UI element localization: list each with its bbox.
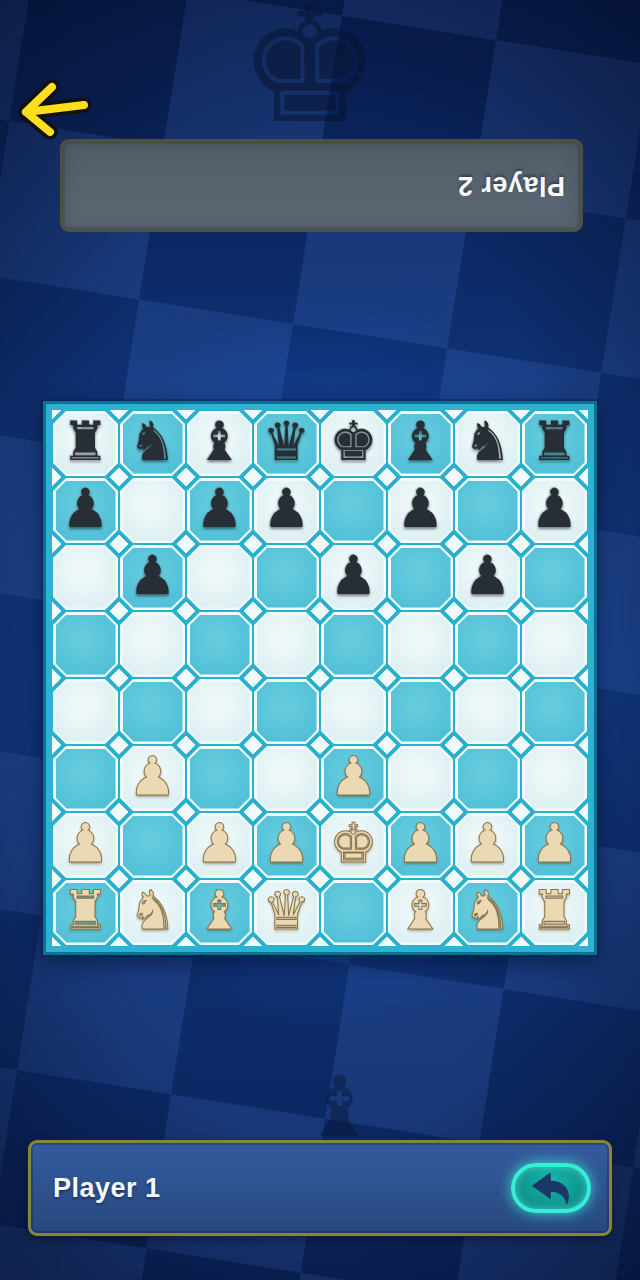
square-b3[interactable]: ♟ bbox=[119, 745, 186, 812]
black-bishop: ♝ bbox=[186, 410, 253, 477]
square-d5[interactable] bbox=[253, 611, 320, 678]
square-g4[interactable] bbox=[454, 678, 521, 745]
square-f1[interactable]: ♝ bbox=[387, 879, 454, 946]
square-a6[interactable] bbox=[52, 544, 119, 611]
white-pawn: ♟ bbox=[454, 812, 521, 879]
square-c7[interactable]: ♟ bbox=[186, 477, 253, 544]
square-f8[interactable]: ♝ bbox=[387, 410, 454, 477]
square-e7[interactable] bbox=[320, 477, 387, 544]
square-d1[interactable]: ♛ bbox=[253, 879, 320, 946]
square-b6[interactable]: ♟ bbox=[119, 544, 186, 611]
black-pawn: ♟ bbox=[320, 544, 387, 611]
square-e6[interactable]: ♟ bbox=[320, 544, 387, 611]
player1-name-plate: Player 1 bbox=[28, 1140, 612, 1236]
black-rook: ♜ bbox=[52, 410, 119, 477]
square-b4[interactable] bbox=[119, 678, 186, 745]
square-c6[interactable] bbox=[186, 544, 253, 611]
square-f7[interactable]: ♟ bbox=[387, 477, 454, 544]
square-f2[interactable]: ♟ bbox=[387, 812, 454, 879]
square-f4[interactable] bbox=[387, 678, 454, 745]
undo-arrow-icon bbox=[525, 1168, 577, 1208]
white-queen: ♛ bbox=[253, 879, 320, 946]
square-h1[interactable]: ♜ bbox=[521, 879, 588, 946]
white-pawn: ♟ bbox=[119, 745, 186, 812]
square-c8[interactable]: ♝ bbox=[186, 410, 253, 477]
square-h6[interactable] bbox=[521, 544, 588, 611]
white-pawn: ♟ bbox=[521, 812, 588, 879]
square-g7[interactable] bbox=[454, 477, 521, 544]
white-pawn: ♟ bbox=[253, 812, 320, 879]
white-pawn: ♟ bbox=[186, 812, 253, 879]
square-e1[interactable] bbox=[320, 879, 387, 946]
square-b8[interactable]: ♞ bbox=[119, 410, 186, 477]
black-queen: ♛ bbox=[253, 410, 320, 477]
square-e3[interactable]: ♟ bbox=[320, 745, 387, 812]
black-pawn: ♟ bbox=[521, 477, 588, 544]
square-a5[interactable] bbox=[52, 611, 119, 678]
square-e4[interactable] bbox=[320, 678, 387, 745]
square-g1[interactable]: ♞ bbox=[454, 879, 521, 946]
square-d6[interactable] bbox=[253, 544, 320, 611]
undo-button[interactable] bbox=[511, 1163, 591, 1213]
square-e8[interactable]: ♚ bbox=[320, 410, 387, 477]
square-g3[interactable] bbox=[454, 745, 521, 812]
square-f3[interactable] bbox=[387, 745, 454, 812]
square-a3[interactable] bbox=[52, 745, 119, 812]
white-pawn: ♟ bbox=[387, 812, 454, 879]
square-a1[interactable]: ♜ bbox=[52, 879, 119, 946]
square-f6[interactable] bbox=[387, 544, 454, 611]
square-d2[interactable]: ♟ bbox=[253, 812, 320, 879]
white-bishop: ♝ bbox=[387, 879, 454, 946]
square-a2[interactable]: ♟ bbox=[52, 812, 119, 879]
square-h5[interactable] bbox=[521, 611, 588, 678]
square-c4[interactable] bbox=[186, 678, 253, 745]
black-pawn: ♟ bbox=[186, 477, 253, 544]
square-d4[interactable] bbox=[253, 678, 320, 745]
square-g5[interactable] bbox=[454, 611, 521, 678]
square-c3[interactable] bbox=[186, 745, 253, 812]
square-a8[interactable]: ♜ bbox=[52, 410, 119, 477]
black-king: ♚ bbox=[320, 410, 387, 477]
square-e2[interactable]: ♚ bbox=[320, 812, 387, 879]
square-a4[interactable] bbox=[52, 678, 119, 745]
white-rook: ♜ bbox=[52, 879, 119, 946]
black-pawn: ♟ bbox=[119, 544, 186, 611]
black-pawn: ♟ bbox=[52, 477, 119, 544]
white-knight: ♞ bbox=[119, 879, 186, 946]
black-knight: ♞ bbox=[454, 410, 521, 477]
white-knight: ♞ bbox=[454, 879, 521, 946]
square-g6[interactable]: ♟ bbox=[454, 544, 521, 611]
black-pawn: ♟ bbox=[454, 544, 521, 611]
square-c5[interactable] bbox=[186, 611, 253, 678]
square-d8[interactable]: ♛ bbox=[253, 410, 320, 477]
back-button[interactable] bbox=[14, 74, 100, 144]
square-b2[interactable] bbox=[119, 812, 186, 879]
square-d7[interactable]: ♟ bbox=[253, 477, 320, 544]
square-d3[interactable] bbox=[253, 745, 320, 812]
background-king-silhouette: ♚ bbox=[238, 0, 381, 159]
black-knight: ♞ bbox=[119, 410, 186, 477]
square-e5[interactable] bbox=[320, 611, 387, 678]
black-pawn: ♟ bbox=[387, 477, 454, 544]
square-h2[interactable]: ♟ bbox=[521, 812, 588, 879]
black-rook: ♜ bbox=[521, 410, 588, 477]
black-bishop: ♝ bbox=[387, 410, 454, 477]
square-g2[interactable]: ♟ bbox=[454, 812, 521, 879]
player2-name: Player 2 bbox=[457, 170, 565, 201]
square-f5[interactable] bbox=[387, 611, 454, 678]
player2-name-plate: Player 2 bbox=[60, 139, 583, 232]
player1-name: Player 1 bbox=[53, 1173, 161, 1204]
square-h7[interactable]: ♟ bbox=[521, 477, 588, 544]
white-bishop: ♝ bbox=[186, 879, 253, 946]
square-a7[interactable]: ♟ bbox=[52, 477, 119, 544]
chess-board: ♜♞♝♛♚♝♞♜♟♟♟♟♟♟♟♟♟♟♟♟♟♚♟♟♟♜♞♝♛♝♞♜ bbox=[52, 410, 588, 946]
square-b5[interactable] bbox=[119, 611, 186, 678]
white-pawn: ♟ bbox=[320, 745, 387, 812]
square-b1[interactable]: ♞ bbox=[119, 879, 186, 946]
square-g8[interactable]: ♞ bbox=[454, 410, 521, 477]
square-b7[interactable] bbox=[119, 477, 186, 544]
square-c2[interactable]: ♟ bbox=[186, 812, 253, 879]
white-rook: ♜ bbox=[521, 879, 588, 946]
back-arrow-icon bbox=[14, 74, 100, 144]
chess-board-frame: ♜♞♝♛♚♝♞♜♟♟♟♟♟♟♟♟♟♟♟♟♟♚♟♟♟♜♞♝♛♝♞♜ bbox=[43, 401, 597, 955]
black-pawn: ♟ bbox=[253, 477, 320, 544]
square-h3[interactable] bbox=[521, 745, 588, 812]
white-pawn: ♟ bbox=[52, 812, 119, 879]
square-c1[interactable]: ♝ bbox=[186, 879, 253, 946]
white-king: ♚ bbox=[320, 812, 387, 879]
square-h8[interactable]: ♜ bbox=[521, 410, 588, 477]
square-h4[interactable] bbox=[521, 678, 588, 745]
